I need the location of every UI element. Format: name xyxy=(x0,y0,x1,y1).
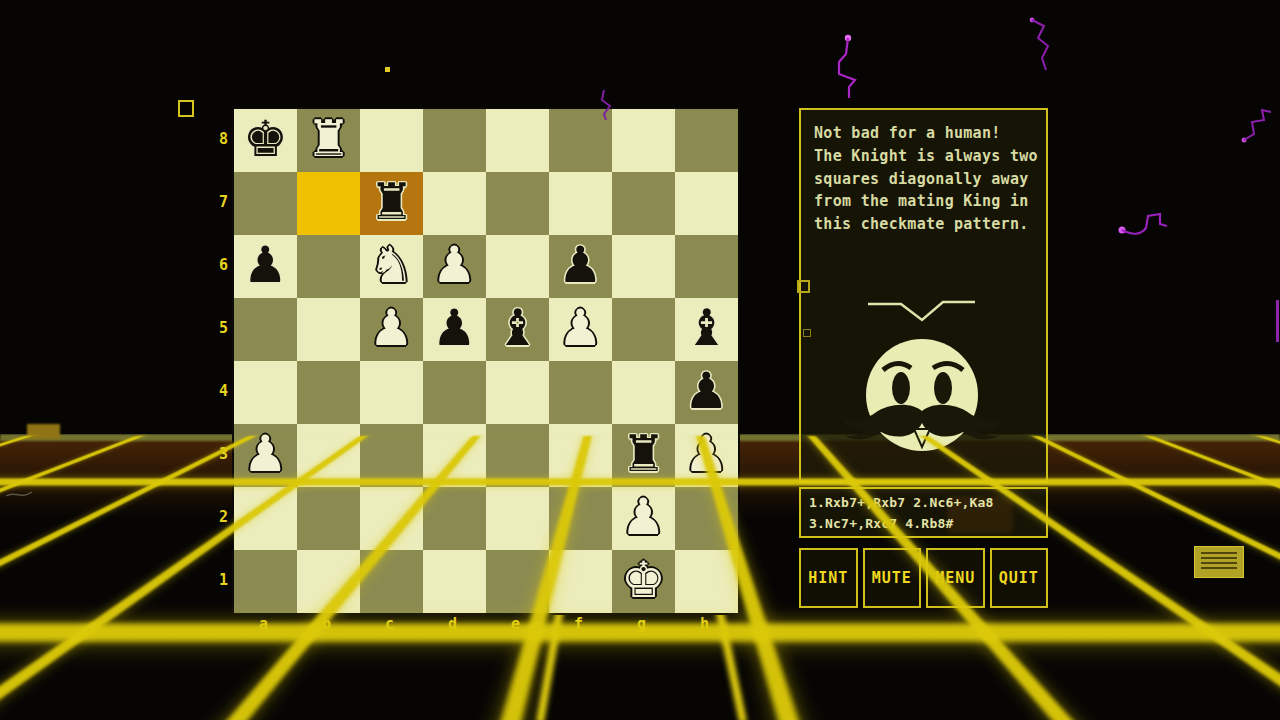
square-b8[interactable]: ♜ xyxy=(297,109,360,172)
square-h8[interactable] xyxy=(675,109,738,172)
square-a7[interactable] xyxy=(234,172,297,235)
square-d5[interactable]: ♟ xyxy=(423,298,486,361)
white-pawn: ♟ xyxy=(369,303,414,353)
white-pawn: ♟ xyxy=(621,492,666,542)
square-h7[interactable] xyxy=(675,172,738,235)
coach-message: Not bad for a human! The Knight is alway… xyxy=(801,110,1046,236)
black-pawn: ♟ xyxy=(684,366,729,416)
hint-button[interactable]: HINT xyxy=(799,548,858,608)
square-a2[interactable] xyxy=(234,487,297,550)
square-b2[interactable] xyxy=(297,487,360,550)
square-d7[interactable] xyxy=(423,172,486,235)
white-pawn: ♟ xyxy=(432,240,477,290)
file-label-b: b xyxy=(295,615,358,633)
square-d4[interactable] xyxy=(423,361,486,424)
black-king: ♚ xyxy=(243,114,288,164)
square-e3[interactable] xyxy=(486,424,549,487)
square-f5[interactable]: ♟ xyxy=(549,298,612,361)
black-pawn: ♟ xyxy=(432,303,477,353)
quit-button[interactable]: QUIT xyxy=(990,548,1049,608)
coach-message-panel: Not bad for a human! The Knight is alway… xyxy=(799,108,1048,483)
square-g5[interactable] xyxy=(612,298,675,361)
square-h5[interactable]: ♝ xyxy=(675,298,738,361)
square-a5[interactable] xyxy=(234,298,297,361)
square-c3[interactable] xyxy=(360,424,423,487)
square-f7[interactable] xyxy=(549,172,612,235)
square-g4[interactable] xyxy=(612,361,675,424)
move-list-panel: 1.Rxb7+,Rxb7 2.Nc6+,Ka8 3.Nc7+,Rxc7 4.Rb… xyxy=(799,487,1048,538)
black-pawn: ♟ xyxy=(558,240,603,290)
black-rook: ♜ xyxy=(621,429,666,479)
square-f1[interactable] xyxy=(549,550,612,613)
file-label-f: f xyxy=(547,615,610,633)
lightning-squiggle-icon xyxy=(1116,206,1172,242)
lightning-squiggle-icon xyxy=(1240,106,1274,146)
rank-label-7: 7 xyxy=(210,170,228,233)
file-label-h: h xyxy=(673,615,736,633)
square-b3[interactable] xyxy=(297,424,360,487)
square-h2[interactable] xyxy=(675,487,738,550)
square-e5[interactable]: ♝ xyxy=(486,298,549,361)
square-d8[interactable] xyxy=(423,109,486,172)
square-c7[interactable]: ♜ xyxy=(360,172,423,235)
black-bishop: ♝ xyxy=(684,303,729,353)
square-a3[interactable]: ♟ xyxy=(234,424,297,487)
square-d6[interactable]: ♟ xyxy=(423,235,486,298)
square-glitch-icon xyxy=(178,100,194,117)
square-d2[interactable] xyxy=(423,487,486,550)
rank-label-6: 6 xyxy=(210,233,228,296)
white-rook: ♜ xyxy=(306,114,351,164)
white-pawn: ♟ xyxy=(558,303,603,353)
square-f2[interactable] xyxy=(549,487,612,550)
square-e6[interactable] xyxy=(486,235,549,298)
square-e1[interactable] xyxy=(486,550,549,613)
rank-label-2: 2 xyxy=(210,485,228,548)
rank-label-8: 8 xyxy=(210,107,228,170)
white-king: ♚ xyxy=(621,555,666,605)
rank-label-1: 1 xyxy=(210,548,228,611)
square-e7[interactable] xyxy=(486,172,549,235)
square-e4[interactable] xyxy=(486,361,549,424)
file-label-a: a xyxy=(232,615,295,633)
game-screen: 87654321 ♚♜♜♟♞♟♟♟♟♝♟♝♟♟♜♟♟♚ abcdefgh Not… xyxy=(0,0,1280,720)
square-h4[interactable]: ♟ xyxy=(675,361,738,424)
square-d3[interactable] xyxy=(423,424,486,487)
square-g6[interactable] xyxy=(612,235,675,298)
rank-labels: 87654321 xyxy=(210,107,228,611)
right-eye xyxy=(934,372,952,404)
lightning-squiggle-icon xyxy=(594,88,616,122)
white-pawn: ♟ xyxy=(684,429,729,479)
menu-button[interactable]: MENU xyxy=(926,548,985,608)
rank-label-5: 5 xyxy=(210,296,228,359)
square-f3[interactable] xyxy=(549,424,612,487)
file-label-g: g xyxy=(610,615,673,633)
square-b4[interactable] xyxy=(297,361,360,424)
file-labels: abcdefgh xyxy=(232,615,736,633)
black-rook: ♜ xyxy=(369,177,414,227)
chess-board[interactable]: ♚♜♜♟♞♟♟♟♟♝♟♝♟♟♜♟♟♚ xyxy=(232,107,740,615)
square-b1[interactable] xyxy=(297,550,360,613)
square-glitch-icon xyxy=(797,280,810,293)
floor-sign xyxy=(1194,546,1244,578)
white-pawn: ♟ xyxy=(243,429,288,479)
square-g7[interactable] xyxy=(612,172,675,235)
square-g1[interactable]: ♚ xyxy=(612,550,675,613)
orange-glow-rect xyxy=(27,424,60,439)
square-g8[interactable] xyxy=(612,109,675,172)
square-g2[interactable]: ♟ xyxy=(612,487,675,550)
square-a1[interactable] xyxy=(234,550,297,613)
rank-label-3: 3 xyxy=(210,422,228,485)
file-label-c: c xyxy=(358,615,421,633)
square-f6[interactable]: ♟ xyxy=(549,235,612,298)
square-c2[interactable] xyxy=(360,487,423,550)
square-c8[interactable] xyxy=(360,109,423,172)
file-label-e: e xyxy=(484,615,547,633)
square-f4[interactable] xyxy=(549,361,612,424)
white-knight: ♞ xyxy=(369,240,414,290)
square-e2[interactable] xyxy=(486,487,549,550)
action-buttons: HINT MUTE MENU QUIT xyxy=(799,548,1048,608)
square-g3[interactable]: ♜ xyxy=(612,424,675,487)
square-e8[interactable] xyxy=(486,109,549,172)
rank-label-4: 4 xyxy=(210,359,228,422)
edge-glitch xyxy=(1276,300,1279,342)
square-a4[interactable] xyxy=(234,361,297,424)
mute-button[interactable]: MUTE xyxy=(863,548,922,608)
square-h6[interactable] xyxy=(675,235,738,298)
square-glitch-icon xyxy=(803,329,811,337)
square-b7[interactable] xyxy=(297,172,360,235)
square-c4[interactable] xyxy=(360,361,423,424)
black-bishop: ♝ xyxy=(495,303,540,353)
square-a6[interactable]: ♟ xyxy=(234,235,297,298)
square-h3[interactable]: ♟ xyxy=(675,424,738,487)
black-pawn: ♟ xyxy=(243,240,288,290)
dot-glitch-icon xyxy=(385,67,390,72)
square-a8[interactable]: ♚ xyxy=(234,109,297,172)
square-h1[interactable] xyxy=(675,550,738,613)
lightning-squiggle-icon xyxy=(836,30,860,100)
square-c6[interactable]: ♞ xyxy=(360,235,423,298)
faint-squiggle-icon xyxy=(4,478,34,504)
square-b5[interactable] xyxy=(297,298,360,361)
square-c1[interactable] xyxy=(360,550,423,613)
file-label-d: d xyxy=(421,615,484,633)
move-list: 1.Rxb7+,Rxb7 2.Nc6+,Ka8 3.Nc7+,Rxc7 4.Rb… xyxy=(801,489,1046,539)
square-c5[interactable]: ♟ xyxy=(360,298,423,361)
square-b6[interactable] xyxy=(297,235,360,298)
antenna-zigzag-icon xyxy=(868,302,975,320)
lightning-squiggle-icon xyxy=(1026,16,1052,76)
mustache-bot-avatar xyxy=(823,290,1023,468)
left-eye xyxy=(892,372,910,404)
square-d1[interactable] xyxy=(423,550,486,613)
